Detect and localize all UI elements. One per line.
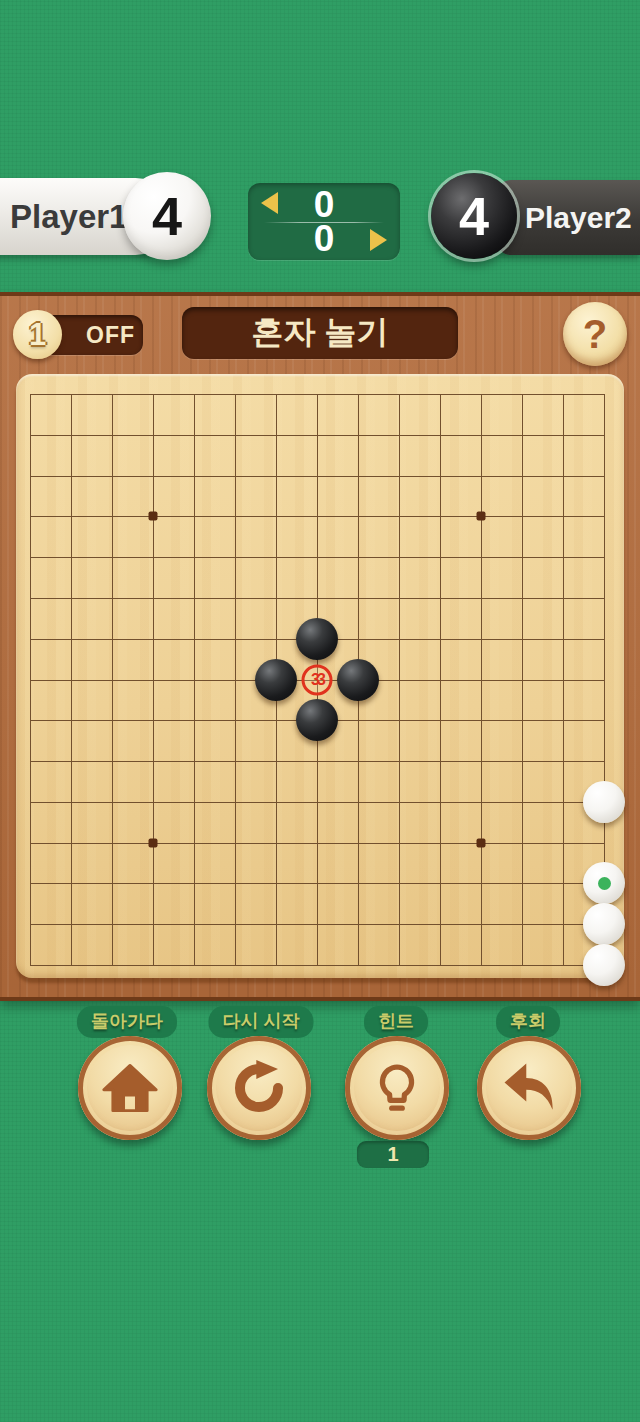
star-point <box>149 838 158 847</box>
restart-button-label: 다시 시작 <box>208 1006 313 1038</box>
black-stone <box>296 699 338 741</box>
game-screen: Player1 4 0 0 Player2 4 OFF 1 혼자 놀기 ? 33… <box>0 0 640 1422</box>
help-button[interactable]: ? <box>563 302 627 366</box>
undo-button[interactable] <box>477 1036 581 1140</box>
undo-button-label: 후회 <box>496 1006 560 1038</box>
player1-stone-count: 4 <box>152 185 182 247</box>
star-point <box>149 512 158 521</box>
question-mark-icon: ? <box>583 312 607 357</box>
player2-bar: Player2 <box>497 180 640 255</box>
last-move-marker <box>598 877 611 890</box>
player2-stone-count: 4 <box>459 185 489 247</box>
option-number-badge[interactable]: 1 <box>13 310 62 359</box>
mode-title: 혼자 놀기 <box>252 311 389 355</box>
game-board[interactable]: 33 <box>16 374 624 978</box>
hint-count-badge: 1 <box>357 1141 429 1168</box>
white-stone <box>583 862 625 904</box>
board-stones-layer: 33 <box>30 394 605 966</box>
white-stone <box>583 944 625 986</box>
score-right-arrow-icon[interactable] <box>370 229 387 251</box>
black-stone <box>296 618 338 660</box>
home-button-label: 돌아가다 <box>77 1006 177 1038</box>
star-point <box>477 512 486 521</box>
star-point <box>477 838 486 847</box>
black-stone <box>255 659 297 701</box>
undo-arrow-icon <box>500 1059 558 1117</box>
white-stone <box>583 781 625 823</box>
white-stone <box>583 903 625 945</box>
black-stone <box>337 659 379 701</box>
lightbulb-icon <box>369 1060 425 1116</box>
hint-button[interactable] <box>345 1036 449 1140</box>
hint-button-label: 힌트 <box>364 1006 428 1038</box>
forbidden-33-marker: 33 <box>302 664 333 695</box>
restart-icon <box>230 1059 288 1117</box>
home-icon <box>101 1059 159 1117</box>
option-number: 1 <box>29 317 46 353</box>
player2-black-stone-icon: 4 <box>431 173 517 259</box>
home-button[interactable] <box>78 1036 182 1140</box>
score-box: 0 0 <box>248 183 400 260</box>
player2-name: Player2 <box>497 180 640 255</box>
player1-white-stone-icon: 4 <box>123 172 211 260</box>
restart-button[interactable] <box>207 1036 311 1140</box>
mode-title-pill: 혼자 놀기 <box>182 307 458 359</box>
